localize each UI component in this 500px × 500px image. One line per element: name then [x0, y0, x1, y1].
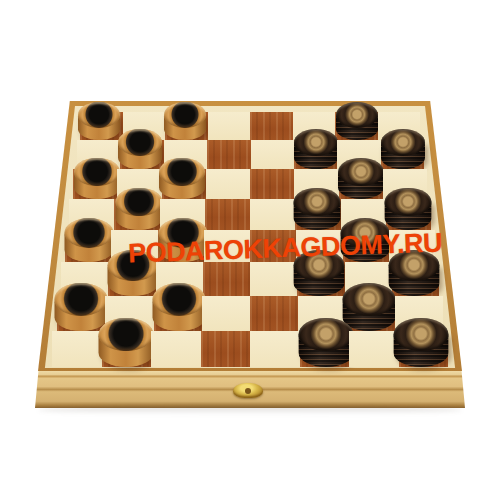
- dark-piece: [293, 188, 340, 230]
- square-h1: [399, 331, 449, 367]
- square-e1: [250, 331, 300, 367]
- square-e2: [250, 296, 298, 331]
- square-d1: [201, 331, 251, 367]
- piece-top-face: [159, 158, 205, 186]
- dark-piece: [385, 188, 432, 230]
- square-b1: [102, 331, 152, 367]
- product-photo-scene: PODAROKKAGDOMY.RU: [0, 0, 500, 500]
- square-e6: [250, 169, 294, 199]
- square-g1: [349, 331, 399, 367]
- piece-top-face: [299, 318, 354, 352]
- square-d8: [208, 112, 251, 140]
- square-c2: [154, 296, 202, 331]
- piece-top-face: [394, 318, 449, 352]
- piece-top-face: [115, 188, 162, 217]
- piece-top-face: [293, 188, 340, 217]
- square-b5: [114, 199, 159, 230]
- square-f7: [294, 140, 337, 169]
- piece-top-face: [385, 188, 432, 217]
- square-e3: [250, 262, 297, 296]
- dark-piece: [381, 129, 425, 169]
- piece-top-face: [118, 129, 162, 156]
- light-piece: [74, 158, 120, 199]
- drop-shadow: [38, 405, 462, 415]
- light-piece: [164, 102, 206, 140]
- light-piece: [65, 218, 114, 262]
- brass-latch-icon: [233, 383, 263, 398]
- square-b7: [120, 140, 163, 169]
- square-d2: [202, 296, 250, 331]
- dark-piece: [299, 318, 354, 368]
- light-piece: [152, 283, 205, 331]
- square-a4: [65, 230, 111, 262]
- dark-piece: [394, 318, 449, 368]
- piece-top-face: [294, 129, 338, 156]
- square-d3: [203, 262, 250, 296]
- square-c6: [162, 169, 206, 199]
- square-a8: [80, 112, 123, 140]
- square-f5: [295, 199, 340, 230]
- light-piece: [115, 188, 162, 230]
- piece-top-face: [164, 102, 206, 128]
- square-a6: [73, 169, 117, 199]
- piece-top-face: [65, 218, 114, 248]
- dark-piece: [294, 129, 338, 169]
- square-g6: [339, 169, 383, 199]
- dark-piece: [338, 158, 384, 199]
- square-f3: [297, 262, 344, 296]
- square-g8: [335, 112, 378, 140]
- piece-top-face: [381, 129, 425, 156]
- square-h5: [386, 199, 431, 230]
- square-e7: [251, 140, 294, 169]
- board-row-1: [52, 331, 448, 367]
- square-d6: [206, 169, 250, 199]
- square-a1: [52, 331, 102, 367]
- light-piece: [78, 102, 120, 140]
- square-h3: [392, 262, 439, 296]
- light-piece: [159, 158, 205, 199]
- square-c8: [165, 112, 208, 140]
- piece-top-face: [338, 158, 384, 186]
- piece-top-face: [74, 158, 120, 186]
- piece-top-face: [99, 318, 154, 352]
- piece-top-face: [336, 102, 378, 128]
- square-f1: [300, 331, 350, 367]
- square-e8: [250, 112, 293, 140]
- square-e5: [250, 199, 295, 230]
- light-piece: [99, 318, 154, 368]
- piece-top-face: [78, 102, 120, 128]
- light-piece: [118, 129, 162, 169]
- dark-piece: [336, 102, 378, 140]
- square-d5: [205, 199, 250, 230]
- square-c1: [151, 331, 201, 367]
- square-h7: [381, 140, 424, 169]
- square-d7: [207, 140, 250, 169]
